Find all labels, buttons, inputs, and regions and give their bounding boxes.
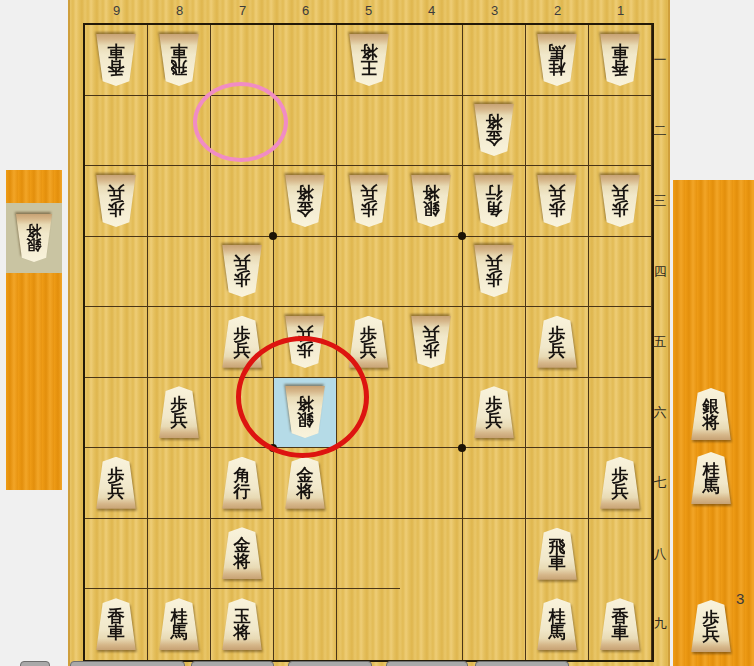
sente-hand-slot[interactable]: 銀将 [688, 388, 734, 440]
square-5八[interactable] [337, 519, 400, 590]
piece-body: 歩兵 [408, 316, 454, 368]
square-4一[interactable] [400, 25, 463, 96]
row-labels: 一二三四五六七八九 [651, 25, 669, 660]
piece-body: 飛車 [534, 528, 580, 580]
piece-kanji: 金将 [485, 114, 503, 146]
piece-body: 歩兵 [346, 316, 392, 368]
piece-kanji: 香車 [611, 608, 629, 640]
piece-body: 銀将 [282, 386, 328, 438]
shogi-piece-gote[interactable]: 金将 [282, 175, 328, 227]
shogi-piece-sente[interactable]: 歩兵 [156, 386, 202, 438]
square-4六[interactable] [400, 378, 463, 449]
sente-hand-slot[interactable]: 桂馬 [688, 452, 734, 504]
square-7九[interactable]: 玉将 [211, 589, 274, 660]
piece-body: 歩兵 [688, 600, 734, 652]
piece-kanji: 飛車 [170, 44, 188, 76]
square-5七[interactable] [337, 448, 400, 519]
square-7五[interactable]: 歩兵 [211, 307, 274, 378]
piece-body: 銀将 [688, 388, 734, 440]
shogi-piece-sente[interactable]: 歩兵 [534, 316, 580, 368]
piece-kanji: 銀将 [702, 398, 720, 430]
piece-kanji: 桂馬 [548, 44, 566, 76]
square-4五[interactable]: 歩兵 [400, 307, 463, 378]
piece-body: 金将 [219, 527, 265, 579]
square-9七[interactable]: 歩兵 [85, 448, 148, 519]
square-5一[interactable]: 王将 [337, 25, 400, 96]
square-1八[interactable] [589, 519, 652, 590]
piece-kanji: 歩兵 [360, 185, 378, 217]
piece-kanji: 銀将 [296, 396, 314, 428]
piece-body: 香車 [93, 598, 139, 650]
column-label: 3 [463, 3, 526, 18]
piece-body: 玉将 [219, 598, 265, 650]
piece-body: 歩兵 [282, 316, 328, 368]
row-label: 九 [651, 589, 669, 660]
square-2四[interactable] [526, 237, 589, 308]
shogi-piece-sente[interactable]: 桂馬 [688, 452, 734, 504]
row-label: 七 [651, 448, 669, 519]
piece-kanji: 香車 [611, 44, 629, 76]
square-8七[interactable] [148, 448, 211, 519]
piece-body: 銀将 [408, 175, 454, 227]
piece-kanji: 歩兵 [422, 326, 440, 358]
sente-hand-stand: 銀将桂馬歩兵3 [673, 180, 754, 666]
piece-body: 歩兵 [534, 316, 580, 368]
square-4八[interactable] [400, 519, 463, 590]
shogi-piece-gote[interactable]: 歩兵 [408, 316, 454, 368]
row-label: 五 [651, 307, 669, 378]
piece-body: 王将 [346, 34, 392, 86]
shogi-piece-sente[interactable]: 歩兵 [93, 457, 139, 509]
shogi-piece-sente[interactable]: 金将 [219, 527, 265, 579]
square-5二[interactable] [337, 96, 400, 167]
piece-kanji: 歩兵 [611, 185, 629, 217]
piece-body: 桂馬 [156, 598, 202, 650]
shogi-piece-sente[interactable]: 桂馬 [534, 598, 580, 650]
piece-body: 金将 [282, 457, 328, 509]
star-point [458, 444, 466, 452]
piece-body: 歩兵 [93, 175, 139, 227]
shogi-piece-gote[interactable]: 歩兵 [93, 175, 139, 227]
gote-hand-stand: 銀将 [6, 170, 62, 490]
square-6二[interactable] [274, 96, 337, 167]
toolbar-button[interactable] [288, 661, 372, 666]
piece-body: 桂馬 [688, 452, 734, 504]
column-label: 2 [526, 3, 589, 18]
toolbar-button[interactable] [475, 661, 569, 666]
row-label: 八 [651, 519, 669, 590]
toolbar-button[interactable] [191, 661, 274, 666]
shogi-app-window: 987654321 香車飛車王将桂馬香車金将歩兵金将歩兵銀将角行歩兵歩兵歩兵歩兵… [0, 0, 754, 666]
shogi-piece-gote[interactable]: 香車 [93, 34, 139, 86]
gote-hand-cell: 銀将 [6, 203, 62, 273]
shogi-piece-gote[interactable]: 歩兵 [219, 245, 265, 297]
piece-body: 歩兵 [156, 386, 202, 438]
piece-body: 歩兵 [346, 175, 392, 227]
piece-body: 金将 [471, 104, 517, 156]
square-4九[interactable] [400, 589, 463, 660]
piece-kanji: 銀将 [26, 224, 42, 253]
square-5三[interactable]: 歩兵 [337, 166, 400, 237]
shogi-piece-gote[interactable]: 歩兵 [471, 245, 517, 297]
piece-kanji: 桂馬 [170, 608, 188, 640]
shogi-piece-sente[interactable]: 歩兵 [471, 386, 517, 438]
square-2二[interactable] [526, 96, 589, 167]
shogi-piece-sente[interactable]: 歩兵 [597, 457, 643, 509]
shogi-piece-sente[interactable]: 金将 [282, 457, 328, 509]
shogi-piece-sente[interactable]: 銀将 [688, 388, 734, 440]
piece-body: 香車 [597, 598, 643, 650]
piece-body: 銀将 [13, 214, 55, 262]
row-label: 一 [651, 25, 669, 96]
piece-kanji: 歩兵 [702, 610, 720, 642]
shogi-piece-gote[interactable]: 銀将 [13, 214, 55, 262]
shogi-piece-gote[interactable]: 王将 [346, 34, 392, 86]
shogi-piece-gote[interactable]: 銀将 [408, 175, 454, 227]
piece-body: 歩兵 [597, 175, 643, 227]
shogi-piece-gote[interactable]: 桂馬 [534, 34, 580, 86]
square-9六[interactable] [85, 378, 148, 449]
row-label: 二 [651, 96, 669, 167]
square-3三[interactable]: 角行 [463, 166, 526, 237]
piece-kanji: 歩兵 [548, 326, 566, 358]
piece-kanji: 桂馬 [548, 608, 566, 640]
square-8九[interactable]: 桂馬 [148, 589, 211, 660]
column-label: 9 [85, 3, 148, 18]
square-2七[interactable] [526, 448, 589, 519]
square-8一[interactable]: 飛車 [148, 25, 211, 96]
piece-kanji: 角行 [233, 467, 251, 499]
piece-body: 香車 [93, 34, 139, 86]
square-8三[interactable] [148, 166, 211, 237]
column-labels: 987654321 [85, 3, 652, 18]
square-9三[interactable]: 歩兵 [85, 166, 148, 237]
piece-kanji: 飛車 [548, 538, 566, 570]
piece-body: 桂馬 [534, 34, 580, 86]
square-3八[interactable] [463, 519, 526, 590]
square-2六[interactable] [526, 378, 589, 449]
row-label: 四 [651, 237, 669, 308]
square-1七[interactable]: 歩兵 [589, 448, 652, 519]
piece-kanji: 歩兵 [107, 185, 125, 217]
piece-kanji: 角行 [485, 185, 503, 217]
shogi-piece-sente[interactable]: 香車 [597, 598, 643, 650]
hand-piece-count: 3 [736, 590, 744, 607]
shogi-piece-sente[interactable]: 桂馬 [156, 598, 202, 650]
square-8六[interactable]: 歩兵 [148, 378, 211, 449]
square-2五[interactable]: 歩兵 [526, 307, 589, 378]
square-6四[interactable] [274, 237, 337, 308]
piece-body: 歩兵 [471, 386, 517, 438]
square-2八[interactable]: 飛車 [526, 519, 589, 590]
piece-kanji: 歩兵 [485, 255, 503, 287]
shogi-piece-gote[interactable]: 歩兵 [597, 175, 643, 227]
square-7八[interactable]: 金将 [211, 519, 274, 590]
shogi-piece-sente[interactable]: 歩兵 [688, 600, 734, 652]
square-5四[interactable] [337, 237, 400, 308]
piece-kanji: 桂馬 [702, 462, 720, 494]
square-1三[interactable]: 歩兵 [589, 166, 652, 237]
toolbar-button[interactable] [20, 661, 50, 666]
shogi-piece-sente[interactable]: 歩兵 [346, 316, 392, 368]
column-label: 1 [589, 3, 652, 18]
square-6三[interactable]: 金将 [274, 166, 337, 237]
square-8五[interactable] [148, 307, 211, 378]
square-2一[interactable]: 桂馬 [526, 25, 589, 96]
column-label: 8 [148, 3, 211, 18]
piece-body: 歩兵 [534, 175, 580, 227]
piece-kanji: 王将 [360, 44, 378, 76]
piece-kanji: 金将 [296, 185, 314, 217]
square-7四[interactable]: 歩兵 [211, 237, 274, 308]
shogi-board: 香車飛車王将桂馬香車金将歩兵金将歩兵銀将角行歩兵歩兵歩兵歩兵歩兵歩兵歩兵歩兵歩兵… [83, 23, 654, 662]
square-8四[interactable] [148, 237, 211, 308]
square-3一[interactable] [463, 25, 526, 96]
piece-kanji: 金将 [296, 467, 314, 499]
square-6七[interactable]: 金将 [274, 448, 337, 519]
square-7七[interactable]: 角行 [211, 448, 274, 519]
piece-body: 歩兵 [219, 316, 265, 368]
piece-body: 桂馬 [534, 598, 580, 650]
row-label: 三 [651, 166, 669, 237]
square-3九[interactable] [463, 589, 526, 660]
piece-kanji: 歩兵 [233, 326, 251, 358]
square-4三[interactable]: 銀将 [400, 166, 463, 237]
square-7二[interactable] [211, 96, 274, 167]
piece-kanji: 香車 [107, 44, 125, 76]
square-7六[interactable] [211, 378, 274, 449]
row-label: 六 [651, 378, 669, 449]
square-7一[interactable] [211, 25, 274, 96]
square-3六[interactable]: 歩兵 [463, 378, 526, 449]
square-2九[interactable]: 桂馬 [526, 589, 589, 660]
piece-kanji: 歩兵 [296, 326, 314, 358]
shogi-piece-sente[interactable]: 香車 [93, 598, 139, 650]
shogi-piece-gote[interactable]: 飛車 [156, 34, 202, 86]
piece-kanji: 歩兵 [233, 255, 251, 287]
square-3四[interactable]: 歩兵 [463, 237, 526, 308]
column-label: 5 [337, 3, 400, 18]
piece-kanji: 歩兵 [360, 326, 378, 358]
square-3七[interactable] [463, 448, 526, 519]
sente-hand-slot[interactable]: 歩兵3 [688, 600, 734, 652]
shogi-piece-gote[interactable]: 角行 [471, 175, 517, 227]
square-6九[interactable] [274, 589, 337, 660]
square-4七[interactable] [400, 448, 463, 519]
square-1六[interactable] [589, 378, 652, 449]
square-6八[interactable] [274, 519, 337, 590]
square-6五[interactable]: 歩兵 [274, 307, 337, 378]
square-1五[interactable] [589, 307, 652, 378]
square-5九[interactable] [337, 589, 400, 660]
piece-kanji: 歩兵 [485, 396, 503, 428]
square-5六[interactable] [337, 378, 400, 449]
toolbar-button[interactable] [386, 661, 468, 666]
piece-kanji: 歩兵 [107, 467, 125, 499]
shogi-piece-sente[interactable]: 角行 [219, 457, 265, 509]
shogi-piece-gote[interactable]: 歩兵 [534, 175, 580, 227]
square-9二[interactable] [85, 96, 148, 167]
piece-body: 香車 [597, 34, 643, 86]
piece-kanji: 歩兵 [548, 185, 566, 217]
piece-kanji: 歩兵 [611, 467, 629, 499]
piece-kanji: 歩兵 [170, 396, 188, 428]
square-9八[interactable] [85, 519, 148, 590]
shogi-piece-gote[interactable]: 歩兵 [346, 175, 392, 227]
column-label: 7 [211, 3, 274, 18]
square-3二[interactable]: 金将 [463, 96, 526, 167]
piece-kanji: 玉将 [233, 608, 251, 640]
square-4二[interactable] [400, 96, 463, 167]
toolbar-button[interactable] [70, 661, 185, 666]
piece-body: 歩兵 [597, 457, 643, 509]
piece-body: 角行 [471, 175, 517, 227]
square-1九[interactable]: 香車 [589, 589, 652, 660]
piece-body: 歩兵 [93, 457, 139, 509]
square-6六[interactable]: 銀将 [274, 378, 337, 449]
shogi-piece-sente[interactable]: 飛車 [534, 528, 580, 580]
star-point [269, 232, 277, 240]
square-5五[interactable]: 歩兵 [337, 307, 400, 378]
shogi-piece-gote[interactable]: 香車 [597, 34, 643, 86]
piece-kanji: 銀将 [422, 185, 440, 217]
piece-body: 歩兵 [471, 245, 517, 297]
square-1一[interactable]: 香車 [589, 25, 652, 96]
square-1二[interactable] [589, 96, 652, 167]
square-9四[interactable] [85, 237, 148, 308]
shogi-piece-sente[interactable]: 歩兵 [219, 316, 265, 368]
shogi-piece-sente[interactable]: 玉将 [219, 598, 265, 650]
piece-kanji: 香車 [107, 608, 125, 640]
square-9五[interactable] [85, 307, 148, 378]
square-9九[interactable]: 香車 [85, 589, 148, 660]
square-8二[interactable] [148, 96, 211, 167]
shogi-piece-gote[interactable]: 銀将 [282, 386, 328, 438]
square-2三[interactable]: 歩兵 [526, 166, 589, 237]
piece-body: 角行 [219, 457, 265, 509]
star-point [458, 232, 466, 240]
square-4四[interactable] [400, 237, 463, 308]
shogi-piece-gote[interactable]: 歩兵 [282, 316, 328, 368]
square-9一[interactable]: 香車 [85, 25, 148, 96]
square-3五[interactable] [463, 307, 526, 378]
square-1四[interactable] [589, 237, 652, 308]
shogi-piece-gote[interactable]: 金将 [471, 104, 517, 156]
column-label: 4 [400, 3, 463, 18]
square-6一[interactable] [274, 25, 337, 96]
piece-body: 飛車 [156, 34, 202, 86]
star-point [269, 444, 277, 452]
square-7三[interactable] [211, 166, 274, 237]
piece-body: 歩兵 [219, 245, 265, 297]
piece-kanji: 金将 [233, 537, 251, 569]
piece-body: 金将 [282, 175, 328, 227]
square-8八[interactable] [148, 519, 211, 590]
column-label: 6 [274, 3, 337, 18]
